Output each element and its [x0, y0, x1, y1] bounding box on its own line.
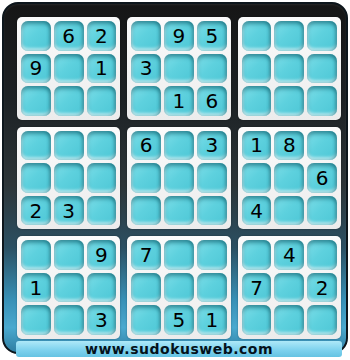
sudoku-screenshot: 62919531623631864913751472 www.sudokuswe… — [0, 0, 350, 360]
cell-r4c6[interactable]: 3 — [197, 131, 227, 161]
cell-r7c8[interactable]: 4 — [274, 240, 304, 270]
box-5: 63 — [127, 127, 230, 230]
cell-r3c6[interactable]: 6 — [197, 86, 227, 116]
cell-r2c6[interactable] — [197, 54, 227, 84]
cell-r6c1[interactable]: 2 — [21, 196, 51, 226]
cell-r1c3[interactable]: 2 — [87, 21, 117, 51]
cell-r1c5[interactable]: 9 — [164, 21, 194, 51]
cell-r9c3[interactable]: 3 — [87, 305, 117, 335]
cell-r8c8[interactable] — [274, 273, 304, 303]
cell-r6c6[interactable] — [197, 196, 227, 226]
cell-r4c4[interactable]: 6 — [131, 131, 161, 161]
cell-r8c1[interactable]: 1 — [21, 273, 51, 303]
cell-r3c5[interactable]: 1 — [164, 86, 194, 116]
cell-r1c4[interactable] — [131, 21, 161, 51]
cell-r5c1[interactable] — [21, 163, 51, 193]
box-3 — [238, 17, 341, 120]
cell-r2c7[interactable] — [242, 54, 272, 84]
footer-link-band[interactable]: www.sudokusweb.com — [16, 341, 342, 357]
cell-r2c3[interactable]: 1 — [87, 54, 117, 84]
cell-r2c9[interactable] — [307, 54, 337, 84]
cell-r6c5[interactable] — [164, 196, 194, 226]
box-1: 6291 — [17, 17, 120, 120]
cell-r9c8[interactable] — [274, 305, 304, 335]
cell-r9c7[interactable] — [242, 305, 272, 335]
cell-r8c3[interactable] — [87, 273, 117, 303]
cell-r8c4[interactable] — [131, 273, 161, 303]
cell-r1c9[interactable] — [307, 21, 337, 51]
cell-r1c2[interactable]: 6 — [54, 21, 84, 51]
cell-r6c2[interactable]: 3 — [54, 196, 84, 226]
cell-r9c6[interactable]: 1 — [197, 305, 227, 335]
cell-r7c4[interactable]: 7 — [131, 240, 161, 270]
cell-r9c2[interactable] — [54, 305, 84, 335]
cell-r7c5[interactable] — [164, 240, 194, 270]
box-8: 751 — [127, 236, 230, 339]
cell-r3c4[interactable] — [131, 86, 161, 116]
box-6: 1864 — [238, 127, 341, 230]
cell-r2c4[interactable]: 3 — [131, 54, 161, 84]
cell-r9c9[interactable] — [307, 305, 337, 335]
cell-r9c4[interactable] — [131, 305, 161, 335]
cell-r7c6[interactable] — [197, 240, 227, 270]
cell-r7c3[interactable]: 9 — [87, 240, 117, 270]
cell-r3c8[interactable] — [274, 86, 304, 116]
box-4: 23 — [17, 127, 120, 230]
cell-r3c9[interactable] — [307, 86, 337, 116]
cell-r4c9[interactable] — [307, 131, 337, 161]
board-frame: 62919531623631864913751472 www.sudokuswe… — [2, 2, 348, 354]
cell-r1c7[interactable] — [242, 21, 272, 51]
cell-r3c2[interactable] — [54, 86, 84, 116]
cell-r7c9[interactable] — [307, 240, 337, 270]
cell-r4c1[interactable] — [21, 131, 51, 161]
cell-r4c2[interactable] — [54, 131, 84, 161]
cell-r7c2[interactable] — [54, 240, 84, 270]
cell-r2c2[interactable] — [54, 54, 84, 84]
cell-r5c8[interactable] — [274, 163, 304, 193]
cell-r6c3[interactable] — [87, 196, 117, 226]
cell-r8c7[interactable]: 7 — [242, 273, 272, 303]
cell-r9c5[interactable]: 5 — [164, 305, 194, 335]
cell-r5c2[interactable] — [54, 163, 84, 193]
cell-r6c9[interactable] — [307, 196, 337, 226]
cell-r4c7[interactable]: 1 — [242, 131, 272, 161]
cell-r4c3[interactable] — [87, 131, 117, 161]
sudoku-board: 62919531623631864913751472 — [17, 17, 341, 339]
cell-r4c5[interactable] — [164, 131, 194, 161]
cell-r4c8[interactable]: 8 — [274, 131, 304, 161]
site-url-text[interactable]: www.sudokusweb.com — [85, 341, 273, 357]
box-9: 472 — [238, 236, 341, 339]
cell-r6c7[interactable]: 4 — [242, 196, 272, 226]
cell-r2c1[interactable]: 9 — [21, 54, 51, 84]
cell-r2c8[interactable] — [274, 54, 304, 84]
cell-r8c6[interactable] — [197, 273, 227, 303]
cell-r3c1[interactable] — [21, 86, 51, 116]
cell-r5c9[interactable]: 6 — [307, 163, 337, 193]
cell-r5c7[interactable] — [242, 163, 272, 193]
cell-r8c2[interactable] — [54, 273, 84, 303]
cell-r1c6[interactable]: 5 — [197, 21, 227, 51]
box-7: 913 — [17, 236, 120, 339]
box-2: 95316 — [127, 17, 230, 120]
cell-r1c8[interactable] — [274, 21, 304, 51]
cell-r7c1[interactable] — [21, 240, 51, 270]
cell-r9c1[interactable] — [21, 305, 51, 335]
cell-r5c3[interactable] — [87, 163, 117, 193]
cell-r3c3[interactable] — [87, 86, 117, 116]
cell-r1c1[interactable] — [21, 21, 51, 51]
cell-r8c5[interactable] — [164, 273, 194, 303]
cell-r3c7[interactable] — [242, 86, 272, 116]
cell-r2c5[interactable] — [164, 54, 194, 84]
cell-r6c4[interactable] — [131, 196, 161, 226]
cell-r8c9[interactable]: 2 — [307, 273, 337, 303]
cell-r7c7[interactable] — [242, 240, 272, 270]
cell-r5c4[interactable] — [131, 163, 161, 193]
cell-r5c6[interactable] — [197, 163, 227, 193]
cell-r6c8[interactable] — [274, 196, 304, 226]
cell-r5c5[interactable] — [164, 163, 194, 193]
